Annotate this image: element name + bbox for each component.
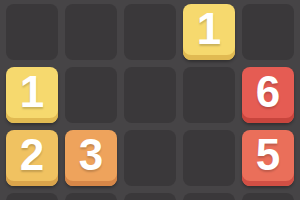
- empty-cell: [65, 67, 117, 123]
- empty-cell: [242, 4, 294, 60]
- tile-5[interactable]: 5: [242, 130, 294, 186]
- tile-6[interactable]: 6: [242, 67, 294, 123]
- tile-1[interactable]: 1: [6, 67, 58, 123]
- empty-cell: [183, 130, 235, 186]
- empty-cell: [242, 193, 294, 200]
- tile-number: 2: [20, 133, 44, 177]
- tile-number: 6: [256, 70, 280, 114]
- empty-cell: [183, 193, 235, 200]
- tile-number: 1: [197, 7, 221, 51]
- tile-number: 1: [20, 70, 44, 114]
- empty-cell: [124, 4, 176, 60]
- empty-cell: [124, 193, 176, 200]
- tile-number: 5: [256, 133, 280, 177]
- tile-1[interactable]: 1: [183, 4, 235, 60]
- empty-cell: [6, 4, 58, 60]
- empty-cell: [183, 67, 235, 123]
- game-board: 116235: [6, 4, 294, 200]
- empty-cell: [124, 67, 176, 123]
- empty-cell: [65, 193, 117, 200]
- tile-number: 3: [79, 133, 103, 177]
- empty-cell: [124, 130, 176, 186]
- tile-2[interactable]: 2: [6, 130, 58, 186]
- tile-3[interactable]: 3: [65, 130, 117, 186]
- empty-cell: [6, 193, 58, 200]
- empty-cell: [65, 4, 117, 60]
